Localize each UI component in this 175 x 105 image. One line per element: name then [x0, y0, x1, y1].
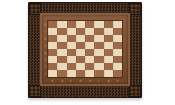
square-d1 — [76, 70, 85, 77]
square-c5 — [67, 42, 76, 49]
square-g7 — [104, 28, 113, 35]
rank-labels: 87654321 — [43, 21, 48, 77]
rank-label-7: 7 — [44, 30, 46, 34]
square-e1 — [85, 70, 94, 77]
square-e7 — [85, 28, 94, 35]
square-e5 — [85, 42, 94, 49]
square-f3 — [94, 56, 103, 63]
square-a8 — [48, 21, 57, 28]
square-h7 — [113, 28, 122, 35]
square-f2 — [94, 63, 103, 70]
file-label-e: e — [89, 79, 91, 83]
rank-label-4: 4 — [44, 51, 46, 55]
frame-corner-rosette — [29, 85, 41, 97]
square-f1 — [94, 70, 103, 77]
square-e2 — [85, 63, 94, 70]
square-c6 — [67, 35, 76, 42]
square-d6 — [76, 35, 85, 42]
square-b8 — [57, 21, 66, 28]
square-h8 — [113, 21, 122, 28]
square-h3 — [113, 56, 122, 63]
chess-board-product-photo[interactable]: 87654321 abcdefgh — [28, 2, 142, 98]
walnut-margin: 87654321 abcdefgh — [42, 15, 128, 84]
chess-board-grid — [48, 21, 122, 77]
square-d4 — [76, 49, 85, 56]
square-b7 — [57, 28, 66, 35]
square-a2 — [48, 63, 57, 70]
square-g1 — [104, 70, 113, 77]
frame-corner-rosette — [29, 3, 41, 15]
square-e8 — [85, 21, 94, 28]
rank-label-6: 6 — [44, 37, 46, 41]
square-b2 — [57, 63, 66, 70]
square-b3 — [57, 56, 66, 63]
square-h5 — [113, 42, 122, 49]
carved-frame: 87654321 abcdefgh — [28, 2, 142, 98]
square-f7 — [94, 28, 103, 35]
square-g5 — [104, 42, 113, 49]
square-a3 — [48, 56, 57, 63]
rank-label-1: 1 — [44, 72, 46, 76]
rank-label-5: 5 — [44, 44, 46, 48]
frame-corner-rosette — [129, 85, 141, 97]
square-c4 — [67, 49, 76, 56]
square-c7 — [67, 28, 76, 35]
square-h4 — [113, 49, 122, 56]
square-b4 — [57, 49, 66, 56]
square-d2 — [76, 63, 85, 70]
square-f8 — [94, 21, 103, 28]
square-g3 — [104, 56, 113, 63]
square-e4 — [85, 49, 94, 56]
square-h1 — [113, 70, 122, 77]
square-a4 — [48, 49, 57, 56]
square-a7 — [48, 28, 57, 35]
square-c3 — [67, 56, 76, 63]
square-b5 — [57, 42, 66, 49]
square-a5 — [48, 42, 57, 49]
square-d3 — [76, 56, 85, 63]
file-label-c: c — [70, 79, 72, 83]
square-c8 — [67, 21, 76, 28]
square-c2 — [67, 63, 76, 70]
square-d8 — [76, 21, 85, 28]
square-f4 — [94, 49, 103, 56]
file-label-g: g — [107, 79, 109, 83]
square-a6 — [48, 35, 57, 42]
square-f5 — [94, 42, 103, 49]
square-b1 — [57, 70, 66, 77]
square-g2 — [104, 63, 113, 70]
rank-label-8: 8 — [44, 23, 46, 27]
file-label-a: a — [52, 79, 54, 83]
square-d7 — [76, 28, 85, 35]
product-image-background: 87654321 abcdefgh — [0, 0, 175, 105]
square-c1 — [67, 70, 76, 77]
square-e3 — [85, 56, 94, 63]
square-h2 — [113, 63, 122, 70]
square-e6 — [85, 35, 94, 42]
square-h6 — [113, 35, 122, 42]
square-f6 — [94, 35, 103, 42]
square-g8 — [104, 21, 113, 28]
file-labels: abcdefgh — [48, 77, 122, 84]
square-b6 — [57, 35, 66, 42]
square-g4 — [104, 49, 113, 56]
rank-label-3: 3 — [44, 58, 46, 62]
file-label-d: d — [80, 79, 82, 83]
file-label-h: h — [116, 79, 118, 83]
square-d5 — [76, 42, 85, 49]
square-a1 — [48, 70, 57, 77]
file-label-b: b — [61, 79, 63, 83]
frame-corner-rosette — [129, 3, 141, 15]
file-label-f: f — [98, 79, 99, 83]
square-g6 — [104, 35, 113, 42]
rank-label-2: 2 — [44, 65, 46, 69]
